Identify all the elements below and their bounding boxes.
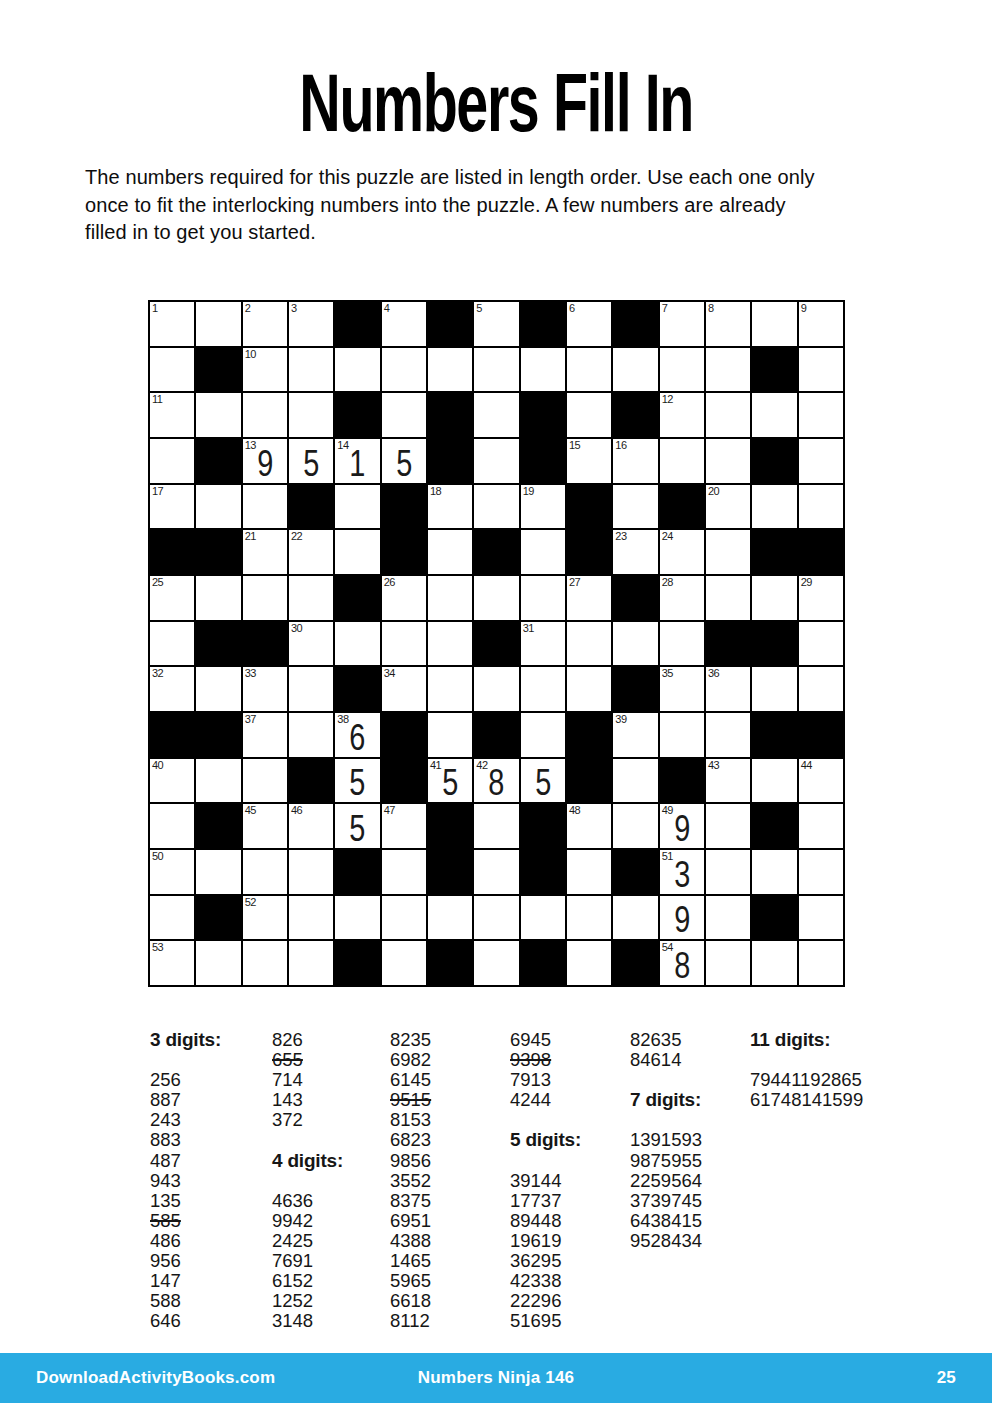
grid-cell-r2c15[interactable] xyxy=(799,348,843,392)
grid-cell-r12c1[interactable] xyxy=(150,804,194,848)
grid-cell-r12c8[interactable] xyxy=(474,804,518,848)
grid-cell-r12c4[interactable]: 46 xyxy=(289,804,333,848)
grid-cell-r9c8[interactable] xyxy=(474,667,518,711)
grid-cell-r3c1[interactable]: 11 xyxy=(150,393,194,437)
grid-cell-r11c1[interactable]: 40 xyxy=(150,759,194,803)
clue-number: 49 xyxy=(662,804,673,817)
footer-page-number: 25 xyxy=(937,1368,956,1388)
puzzle-title-text: Numbers Fill In xyxy=(299,60,693,146)
grid-cell-r2c8[interactable] xyxy=(474,348,518,392)
grid-cell-r11c12 xyxy=(660,759,704,803)
grid-cell-r2c7[interactable] xyxy=(428,348,472,392)
grid-cell-r11c13[interactable]: 43 xyxy=(706,759,750,803)
grid-cell-r8c9[interactable]: 31 xyxy=(521,622,565,666)
list-number: 243 xyxy=(150,1110,221,1130)
grid-cell-r2c11[interactable] xyxy=(613,348,657,392)
list-number: 9398 xyxy=(510,1050,581,1070)
grid-cell-r8c11[interactable] xyxy=(613,622,657,666)
list-number: 714 xyxy=(272,1070,343,1090)
grid-cell-r12c14 xyxy=(752,804,796,848)
clue-number: 9 xyxy=(801,302,807,315)
grid-cell-r7c13[interactable] xyxy=(706,576,750,620)
grid-cell-r5c14[interactable] xyxy=(752,485,796,529)
grid-cell-r2c2 xyxy=(196,348,240,392)
clue-number: 17 xyxy=(152,485,163,498)
grid-cell-r13c4[interactable] xyxy=(289,850,333,894)
grid-cell-r5c4 xyxy=(289,485,333,529)
grid-cell-r1c1[interactable]: 1 xyxy=(150,302,194,346)
list-number: 4244 xyxy=(510,1090,581,1110)
grid-cell-r14c9[interactable] xyxy=(521,896,565,940)
list-blank-line xyxy=(630,1070,702,1090)
list-number: 7691 xyxy=(272,1251,343,1271)
list-number: 372 xyxy=(272,1110,343,1130)
grid-cell-r9c12[interactable]: 35 xyxy=(660,667,704,711)
grid-cell-r2c5[interactable] xyxy=(335,348,379,392)
grid-cell-r1c14[interactable] xyxy=(752,302,796,346)
clue-number: 12 xyxy=(662,393,673,406)
grid-cell-r3c6[interactable] xyxy=(382,393,426,437)
grid-cell-r12c13[interactable] xyxy=(706,804,750,848)
grid-cell-r11c11[interactable] xyxy=(613,759,657,803)
grid-cell-r14c14 xyxy=(752,896,796,940)
grid-cell-r11c8[interactable]: 428 xyxy=(474,759,518,803)
grid-cell-r13c12[interactable]: 513 xyxy=(660,850,704,894)
grid-cell-r13c8[interactable] xyxy=(474,850,518,894)
grid-cell-r2c6[interactable] xyxy=(382,348,426,392)
grid-cell-r14c2 xyxy=(196,896,240,940)
cell-value: 8 xyxy=(488,759,504,801)
grid-cell-r9c13[interactable]: 36 xyxy=(706,667,750,711)
grid-cell-r8c15[interactable] xyxy=(799,622,843,666)
grid-cell-r6c14 xyxy=(752,530,796,574)
clue-number: 23 xyxy=(615,530,626,543)
grid-cell-r3c4[interactable] xyxy=(289,393,333,437)
grid-cell-r11c7[interactable]: 415 xyxy=(428,759,472,803)
grid-cell-r2c13[interactable] xyxy=(706,348,750,392)
grid-cell-r2c9[interactable] xyxy=(521,348,565,392)
grid-cell-r14c5[interactable] xyxy=(335,896,379,940)
grid-cell-r4c4[interactable]: 5 xyxy=(289,439,333,483)
grid-cell-r10c8 xyxy=(474,713,518,757)
list-number: 51695 xyxy=(510,1311,581,1331)
clue-number: 40 xyxy=(152,759,163,772)
grid-cell-r14c10[interactable] xyxy=(567,896,611,940)
grid-cell-r8c12[interactable] xyxy=(660,622,704,666)
grid-cell-r5c3[interactable] xyxy=(243,485,287,529)
grid-cell-r15c1[interactable]: 53 xyxy=(150,941,194,985)
grid-cell-r3c8[interactable] xyxy=(474,393,518,437)
list-number: 943 xyxy=(150,1171,221,1191)
grid-cell-r10c6 xyxy=(382,713,426,757)
grid-cell-r11c15[interactable]: 44 xyxy=(799,759,843,803)
list-number: 6945 xyxy=(510,1030,581,1050)
grid-cell-r2c12[interactable] xyxy=(660,348,704,392)
grid-cell-r4c6[interactable]: 5 xyxy=(382,439,426,483)
grid-cell-r14c4[interactable] xyxy=(289,896,333,940)
list-number: 588 xyxy=(150,1291,221,1311)
grid-cell-r11c5[interactable]: 5 xyxy=(335,759,379,803)
grid-cell-r14c13[interactable] xyxy=(706,896,750,940)
grid-cell-r1c13[interactable]: 8 xyxy=(706,302,750,346)
list-number: 9875955 xyxy=(630,1151,702,1171)
grid-cell-r10c7[interactable] xyxy=(428,713,472,757)
list-number: 61748141599 xyxy=(750,1090,863,1110)
grid-cell-r12c15[interactable] xyxy=(799,804,843,848)
grid-cell-r9c4[interactable] xyxy=(289,667,333,711)
grid-cell-r13c14[interactable] xyxy=(752,850,796,894)
grid-cell-r6c8 xyxy=(474,530,518,574)
grid-cell-r13c6[interactable] xyxy=(382,850,426,894)
puzzle-title: Numbers Fill In xyxy=(0,60,992,146)
grid-cell-r7c4[interactable] xyxy=(289,576,333,620)
grid-cell-r8c3 xyxy=(243,622,287,666)
grid-cell-r7c14[interactable] xyxy=(752,576,796,620)
grid-cell-r13c1[interactable]: 50 xyxy=(150,850,194,894)
clue-number: 45 xyxy=(245,804,256,817)
grid-cell-r11c3[interactable] xyxy=(243,759,287,803)
grid-cell-r9c1[interactable]: 32 xyxy=(150,667,194,711)
grid-cell-r14c8[interactable] xyxy=(474,896,518,940)
grid-cell-r9c9[interactable] xyxy=(521,667,565,711)
list-number: 8112 xyxy=(390,1311,431,1331)
grid-cell-r8c7[interactable] xyxy=(428,622,472,666)
grid-cell-r15c14[interactable] xyxy=(752,941,796,985)
grid-cell-r10c13[interactable] xyxy=(706,713,750,757)
grid-cell-r8c4[interactable]: 30 xyxy=(289,622,333,666)
number-list-column-2: 826655714143372 4 digits: 46369942242576… xyxy=(272,1030,343,1331)
list-number: 4388 xyxy=(390,1231,431,1251)
grid-cell-r15c10[interactable] xyxy=(567,941,611,985)
grid-cell-r8c10[interactable] xyxy=(567,622,611,666)
list-number: 39144 xyxy=(510,1171,581,1191)
cell-value: 1 xyxy=(349,440,365,482)
list-blank-line xyxy=(150,1050,221,1070)
grid-cell-r15c8[interactable] xyxy=(474,941,518,985)
grid-cell-r7c6[interactable]: 26 xyxy=(382,576,426,620)
grid-cell-r14c15[interactable] xyxy=(799,896,843,940)
grid-cell-r4c10[interactable]: 15 xyxy=(567,439,611,483)
grid-cell-r12c11[interactable] xyxy=(613,804,657,848)
list-number: 2425 xyxy=(272,1231,343,1251)
grid-cell-r1c4[interactable]: 3 xyxy=(289,302,333,346)
grid-cell-r14c3[interactable]: 52 xyxy=(243,896,287,940)
list-number: 82635 xyxy=(630,1030,702,1050)
grid-cell-r14c12[interactable]: 9 xyxy=(660,896,704,940)
clue-number: 41 xyxy=(430,759,441,772)
clue-number: 33 xyxy=(245,667,256,680)
grid-cell-r5c9[interactable]: 19 xyxy=(521,485,565,529)
grid-cell-r6c7[interactable] xyxy=(428,530,472,574)
grid-cell-r13c10[interactable] xyxy=(567,850,611,894)
grid-cell-r15c3[interactable] xyxy=(243,941,287,985)
list-number: 89448 xyxy=(510,1211,581,1231)
list-number: 655 xyxy=(272,1050,343,1070)
grid-cell-r3c14[interactable] xyxy=(752,393,796,437)
grid-cell-r8c5[interactable] xyxy=(335,622,379,666)
list-number: 2259564 xyxy=(630,1171,702,1191)
grid-cell-r9c6[interactable]: 34 xyxy=(382,667,426,711)
clue-number: 54 xyxy=(662,941,673,954)
grid-cell-r13c3[interactable] xyxy=(243,850,287,894)
grid-cell-r12c2 xyxy=(196,804,240,848)
list-number: 6982 xyxy=(390,1050,431,1070)
grid-cell-r9c7[interactable] xyxy=(428,667,472,711)
grid-cell-r13c15[interactable] xyxy=(799,850,843,894)
grid-cell-r5c8[interactable] xyxy=(474,485,518,529)
list-blank-line xyxy=(510,1151,581,1171)
instructions-line-2: once to fit the interlocking numbers int… xyxy=(85,192,930,220)
grid-cell-r10c12[interactable] xyxy=(660,713,704,757)
number-list-column-1: 3 digits: 256887243883487943135585486956… xyxy=(150,1030,221,1331)
grid-cell-r4c12[interactable] xyxy=(660,439,704,483)
clue-number: 53 xyxy=(152,941,163,954)
grid-cell-r1c15[interactable]: 9 xyxy=(799,302,843,346)
grid-cell-r7c1[interactable]: 25 xyxy=(150,576,194,620)
list-number: 147 xyxy=(150,1271,221,1291)
list-header: 11 digits: xyxy=(750,1030,863,1050)
grid-cell-r2c14 xyxy=(752,348,796,392)
grid-cell-r4c7 xyxy=(428,439,472,483)
grid-cell-r2c10[interactable] xyxy=(567,348,611,392)
grid-cell-r15c2[interactable] xyxy=(196,941,240,985)
grid-cell-r1c9 xyxy=(521,302,565,346)
grid-cell-r6c13[interactable] xyxy=(706,530,750,574)
grid-cell-r15c5 xyxy=(335,941,379,985)
list-blank-line xyxy=(510,1110,581,1130)
number-lists: 3 digits: 256887243883487943135585486956… xyxy=(0,1030,992,1340)
grid-cell-r12c3[interactable]: 45 xyxy=(243,804,287,848)
list-header: 5 digits: xyxy=(510,1130,581,1150)
grid-cell-r6c2 xyxy=(196,530,240,574)
clue-number: 28 xyxy=(662,576,673,589)
grid-cell-r9c15[interactable] xyxy=(799,667,843,711)
grid-cell-r15c15[interactable] xyxy=(799,941,843,985)
list-number: 826 xyxy=(272,1030,343,1050)
grid-cell-r13c2[interactable] xyxy=(196,850,240,894)
grid-cell-r7c9[interactable] xyxy=(521,576,565,620)
grid-cell-r6c3[interactable]: 21 xyxy=(243,530,287,574)
grid-cell-r7c5 xyxy=(335,576,379,620)
list-blank-line xyxy=(750,1050,863,1070)
grid-cell-r3c13[interactable] xyxy=(706,393,750,437)
cell-value: 8 xyxy=(674,942,690,984)
list-number: 956 xyxy=(150,1251,221,1271)
grid-cell-r7c3[interactable] xyxy=(243,576,287,620)
clue-number: 4 xyxy=(384,302,390,315)
grid-cell-r11c6 xyxy=(382,759,426,803)
list-blank-line xyxy=(272,1130,343,1150)
grid-cell-r13c11 xyxy=(613,850,657,894)
grid-cell-r1c6[interactable]: 4 xyxy=(382,302,426,346)
list-number: 6438415 xyxy=(630,1211,702,1231)
grid-cell-r10c9[interactable] xyxy=(521,713,565,757)
grid-cell-r10c14 xyxy=(752,713,796,757)
grid-cell-r4c11[interactable]: 16 xyxy=(613,439,657,483)
grid-cell-r12c10[interactable]: 48 xyxy=(567,804,611,848)
grid-cell-r14c7[interactable] xyxy=(428,896,472,940)
grid-cell-r10c4[interactable] xyxy=(289,713,333,757)
cell-value: 5 xyxy=(535,759,551,801)
grid-cell-r4c3[interactable]: 139 xyxy=(243,439,287,483)
grid-cell-r4c5[interactable]: 141 xyxy=(335,439,379,483)
grid-cell-r6c12[interactable]: 24 xyxy=(660,530,704,574)
clue-number: 7 xyxy=(662,302,668,315)
grid-cell-r7c10[interactable]: 27 xyxy=(567,576,611,620)
grid-cell-r7c15[interactable]: 29 xyxy=(799,576,843,620)
grid-cell-r1c2[interactable] xyxy=(196,302,240,346)
grid-cell-r9c10[interactable] xyxy=(567,667,611,711)
list-number: 486 xyxy=(150,1231,221,1251)
clue-number: 20 xyxy=(708,485,719,498)
grid-cell-r5c13[interactable]: 20 xyxy=(706,485,750,529)
clue-number: 1 xyxy=(152,302,158,315)
clue-number: 18 xyxy=(430,485,441,498)
grid-cell-r12c5[interactable]: 5 xyxy=(335,804,379,848)
grid-cell-r6c11[interactable]: 23 xyxy=(613,530,657,574)
grid-cell-r7c8[interactable] xyxy=(474,576,518,620)
grid-cell-r3c2[interactable] xyxy=(196,393,240,437)
clue-number: 30 xyxy=(291,622,302,635)
list-number: 8153 xyxy=(390,1110,431,1130)
grid-cell-r13c5 xyxy=(335,850,379,894)
grid-cell-r5c11[interactable] xyxy=(613,485,657,529)
grid-cell-r4c15[interactable] xyxy=(799,439,843,483)
grid-cell-r14c11[interactable] xyxy=(613,896,657,940)
clue-number: 47 xyxy=(384,804,395,817)
clue-number: 44 xyxy=(801,759,812,772)
grid-cell-r6c4[interactable]: 22 xyxy=(289,530,333,574)
grid-cell-r14c6[interactable] xyxy=(382,896,426,940)
grid-cell-r4c14 xyxy=(752,439,796,483)
grid-cell-r6c10 xyxy=(567,530,611,574)
grid-cell-r2c1[interactable] xyxy=(150,348,194,392)
grid-cell-r1c10[interactable]: 6 xyxy=(567,302,611,346)
grid-cell-r7c7[interactable] xyxy=(428,576,472,620)
cell-value: 9 xyxy=(257,440,273,482)
grid-cell-r12c9 xyxy=(521,804,565,848)
grid-cell-r7c2[interactable] xyxy=(196,576,240,620)
grid-cell-r8c6[interactable] xyxy=(382,622,426,666)
grid-cell-r13c7 xyxy=(428,850,472,894)
grid-cell-r3c11 xyxy=(613,393,657,437)
grid-cell-r1c8[interactable]: 5 xyxy=(474,302,518,346)
clue-number: 26 xyxy=(384,576,395,589)
grid-cell-r10c11[interactable]: 39 xyxy=(613,713,657,757)
grid-cell-r5c2[interactable] xyxy=(196,485,240,529)
grid-cell-r15c4[interactable] xyxy=(289,941,333,985)
grid-cell-r2c3[interactable]: 10 xyxy=(243,348,287,392)
grid-cell-r9c14[interactable] xyxy=(752,667,796,711)
list-blank-line xyxy=(630,1110,702,1130)
list-number: 256 xyxy=(150,1070,221,1090)
clue-number: 35 xyxy=(662,667,673,680)
list-number: 3148 xyxy=(272,1311,343,1331)
cell-value: 9 xyxy=(674,896,690,938)
grid-cell-r3c12[interactable]: 12 xyxy=(660,393,704,437)
grid-cell-r12c6[interactable]: 47 xyxy=(382,804,426,848)
list-number: 4636 xyxy=(272,1191,343,1211)
grid-cell-r2c4[interactable] xyxy=(289,348,333,392)
grid-cell-r1c12[interactable]: 7 xyxy=(660,302,704,346)
list-number: 42338 xyxy=(510,1271,581,1291)
list-number: 36295 xyxy=(510,1251,581,1271)
grid-cell-r5c7[interactable]: 18 xyxy=(428,485,472,529)
grid-cell-r1c3[interactable]: 2 xyxy=(243,302,287,346)
grid-cell-r3c3[interactable] xyxy=(243,393,287,437)
grid-cell-r15c13[interactable] xyxy=(706,941,750,985)
grid-cell-r3c15[interactable] xyxy=(799,393,843,437)
grid-cell-r6c9[interactable] xyxy=(521,530,565,574)
list-number: 1465 xyxy=(390,1251,431,1271)
list-number: 9515 xyxy=(390,1090,431,1110)
grid-cell-r10c5[interactable]: 386 xyxy=(335,713,379,757)
grid-cell-r11c2[interactable] xyxy=(196,759,240,803)
instructions-line-3: filled in to get you started. xyxy=(85,219,930,247)
list-number: 7913 xyxy=(510,1070,581,1090)
grid-cell-r4c1[interactable] xyxy=(150,439,194,483)
grid-cell-r7c12[interactable]: 28 xyxy=(660,576,704,620)
grid-cell-r9c11 xyxy=(613,667,657,711)
grid-cell-r12c12[interactable]: 499 xyxy=(660,804,704,848)
grid-cell-r10c3[interactable]: 37 xyxy=(243,713,287,757)
list-number: 17737 xyxy=(510,1191,581,1211)
clue-number: 39 xyxy=(615,713,626,726)
list-number: 3552 xyxy=(390,1171,431,1191)
list-number: 887 xyxy=(150,1090,221,1110)
grid-cell-r5c12 xyxy=(660,485,704,529)
list-header: 7 digits: xyxy=(630,1090,702,1110)
grid-cell-r8c1[interactable] xyxy=(150,622,194,666)
grid-cell-r5c1[interactable]: 17 xyxy=(150,485,194,529)
number-list-column-5: 8263584614 7 digits: 1391593987595522595… xyxy=(630,1030,702,1251)
grid-cell-r9c3[interactable]: 33 xyxy=(243,667,287,711)
list-number: 84614 xyxy=(630,1050,702,1070)
clue-number: 48 xyxy=(569,804,580,817)
list-blank-line xyxy=(272,1171,343,1191)
number-list-column-6: 11 digits: 7944119286561748141599 xyxy=(750,1030,863,1110)
grid-cell-r5c10 xyxy=(567,485,611,529)
grid-cell-r11c4 xyxy=(289,759,333,803)
grid-cell-r14c1[interactable] xyxy=(150,896,194,940)
grid-cell-r15c9 xyxy=(521,941,565,985)
grid-cell-r11c9[interactable]: 5 xyxy=(521,759,565,803)
grid-cell-r15c6[interactable] xyxy=(382,941,426,985)
grid-cell-r5c5[interactable] xyxy=(335,485,379,529)
grid-cell-r15c12[interactable]: 548 xyxy=(660,941,704,985)
grid-cell-r3c10[interactable] xyxy=(567,393,611,437)
clue-number: 38 xyxy=(337,713,348,726)
grid-cell-r6c15 xyxy=(799,530,843,574)
grid-cell-r6c5[interactable] xyxy=(335,530,379,574)
clue-number: 32 xyxy=(152,667,163,680)
clue-number: 2 xyxy=(245,302,251,315)
footer-bar: DownloadActivityBooks.com Numbers Ninja … xyxy=(0,1353,992,1403)
clue-number: 13 xyxy=(245,439,256,452)
grid-cell-r4c8[interactable] xyxy=(474,439,518,483)
footer-website: DownloadActivityBooks.com xyxy=(36,1368,275,1388)
grid-cell-r8c14 xyxy=(752,622,796,666)
grid-cell-r13c13[interactable] xyxy=(706,850,750,894)
puzzle-grid: 1234567891011121395141515161718192021222… xyxy=(148,300,845,987)
grid-cell-r11c14[interactable] xyxy=(752,759,796,803)
grid-cell-r4c13[interactable] xyxy=(706,439,750,483)
cell-value: 3 xyxy=(674,851,690,893)
grid-cell-r9c2[interactable] xyxy=(196,667,240,711)
clue-number: 11 xyxy=(152,393,162,406)
grid-cell-r5c15[interactable] xyxy=(799,485,843,529)
clue-number: 15 xyxy=(569,439,580,452)
